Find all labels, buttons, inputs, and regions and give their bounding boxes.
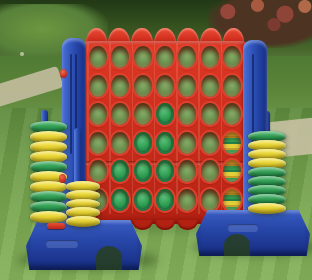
- board-cell-r4c1[interactable]: [87, 129, 109, 157]
- board-cell-r5c7[interactable]: [221, 157, 243, 185]
- board-cell-r5c3[interactable]: [132, 157, 154, 185]
- molding-groove: [70, 54, 72, 154]
- board-cell-r6c5[interactable]: [176, 186, 198, 214]
- board-cell-r6c3[interactable]: [132, 186, 154, 214]
- green-disc-in-hole: [134, 189, 152, 211]
- board-cell-r2c7[interactable]: [221, 72, 243, 100]
- right-disc-stack: [248, 131, 286, 215]
- empty-hole: [223, 103, 241, 125]
- empty-hole: [111, 103, 129, 125]
- board-cell-r4c6[interactable]: [199, 129, 221, 157]
- empty-hole: [201, 160, 219, 182]
- empty-hole: [201, 103, 219, 125]
- empty-hole: [111, 132, 129, 154]
- board-cell-r3c7[interactable]: [221, 100, 243, 128]
- empty-hole: [223, 75, 241, 97]
- scallop-bump: [177, 220, 198, 230]
- rear-left-disc-stack: [30, 121, 67, 224]
- green-disc-in-hole: [156, 189, 174, 211]
- board-cell-r3c5[interactable]: [176, 100, 198, 128]
- yellow-disc[interactable]: [248, 203, 286, 214]
- board-cell-r3c3[interactable]: [132, 100, 154, 128]
- empty-hole: [89, 132, 107, 154]
- connect-four-board: [84, 28, 246, 224]
- board-cell-r2c1[interactable]: [87, 72, 109, 100]
- empty-hole: [223, 132, 241, 154]
- board-grid: [87, 43, 243, 214]
- empty-hole: [201, 75, 219, 97]
- empty-hole: [89, 46, 107, 68]
- empty-hole: [223, 189, 241, 211]
- board-cell-r6c4[interactable]: [154, 186, 176, 214]
- scallop-bump: [155, 220, 176, 230]
- board-cell-r4c5[interactable]: [176, 129, 198, 157]
- green-disc-in-hole: [156, 132, 174, 154]
- empty-hole: [178, 189, 196, 211]
- empty-hole: [178, 132, 196, 154]
- board-cell-r3c6[interactable]: [199, 100, 221, 128]
- yellow-disc[interactable]: [66, 216, 100, 227]
- board-cell-r3c2[interactable]: [109, 100, 131, 128]
- green-disc-in-hole: [111, 160, 129, 182]
- board-cell-r2c2[interactable]: [109, 72, 131, 100]
- empty-hole: [223, 46, 241, 68]
- board-cell-r6c2[interactable]: [109, 186, 131, 214]
- board-cell-r1c2[interactable]: [109, 43, 131, 71]
- empty-hole: [201, 132, 219, 154]
- right-base-foot: [196, 210, 310, 256]
- empty-hole: [111, 46, 129, 68]
- board-cell-r1c1[interactable]: [87, 43, 109, 71]
- board-cell-r1c7[interactable]: [221, 43, 243, 71]
- scallop-bump: [132, 220, 153, 230]
- empty-hole: [178, 75, 196, 97]
- empty-hole: [201, 46, 219, 68]
- green-disc-in-hole: [111, 189, 129, 211]
- board-cell-r2c4[interactable]: [154, 72, 176, 100]
- empty-hole: [89, 75, 107, 97]
- board-cell-r4c7[interactable]: [221, 129, 243, 157]
- empty-hole: [178, 103, 196, 125]
- empty-hole: [111, 75, 129, 97]
- board-cell-r4c3[interactable]: [132, 129, 154, 157]
- board-cell-r1c3[interactable]: [132, 43, 154, 71]
- yellow-disc[interactable]: [30, 211, 67, 223]
- board-cell-r6c7[interactable]: [221, 186, 243, 214]
- red-bolt-knob: [60, 69, 67, 78]
- green-disc-in-hole: [134, 132, 152, 154]
- empty-hole: [223, 160, 241, 182]
- board-cell-r3c1[interactable]: [87, 100, 109, 128]
- green-disc-in-hole: [134, 160, 152, 182]
- green-disc-in-hole: [156, 103, 174, 125]
- board-cell-r1c4[interactable]: [154, 43, 176, 71]
- empty-hole: [178, 46, 196, 68]
- green-disc-in-hole: [156, 160, 174, 182]
- empty-hole: [134, 103, 152, 125]
- empty-hole: [178, 160, 196, 182]
- board-cell-r2c5[interactable]: [176, 72, 198, 100]
- empty-hole: [156, 75, 174, 97]
- board-cell-r5c6[interactable]: [199, 157, 221, 185]
- board-cell-r3c4[interactable]: [154, 100, 176, 128]
- board-cell-r2c3[interactable]: [132, 72, 154, 100]
- red-bolt-knob: [59, 174, 66, 183]
- board-cell-r6c6[interactable]: [199, 186, 221, 214]
- red-release-handle[interactable]: [47, 223, 65, 229]
- left-base-foot: [26, 220, 142, 270]
- garden-connect-four-scene: [0, 0, 312, 280]
- board-cell-r5c5[interactable]: [176, 157, 198, 185]
- front-left-disc-stack: [66, 181, 100, 227]
- board-cell-r1c5[interactable]: [176, 43, 198, 71]
- right-base-arch: [224, 234, 250, 256]
- right-base-emboss: [228, 224, 258, 232]
- empty-hole: [156, 46, 174, 68]
- empty-hole: [89, 103, 107, 125]
- empty-hole: [134, 75, 152, 97]
- empty-hole: [134, 46, 152, 68]
- board-cell-r5c2[interactable]: [109, 157, 131, 185]
- empty-hole: [201, 189, 219, 211]
- left-base-arch: [96, 246, 122, 270]
- board-cell-r4c2[interactable]: [109, 129, 131, 157]
- empty-hole: [89, 160, 107, 182]
- board-cell-r2c6[interactable]: [199, 72, 221, 100]
- board-cell-r4c4[interactable]: [154, 129, 176, 157]
- board-cell-r5c4[interactable]: [154, 157, 176, 185]
- left-base-emboss: [46, 240, 78, 248]
- board-cell-r1c6[interactable]: [199, 43, 221, 71]
